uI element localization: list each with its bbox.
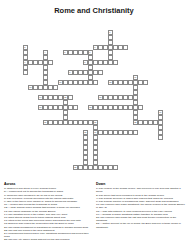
- cell-number: 23: [84, 131, 86, 133]
- cell-number: 3: [94, 46, 95, 48]
- down-clues-section: Down 1) The religion of the Jewish peopl…: [96, 182, 185, 229]
- cell-number: 5: [64, 51, 65, 53]
- grid-cell[interactable]: [143, 80, 148, 85]
- cell-number: 2: [24, 46, 25, 48]
- cell-number: 25: [74, 166, 76, 168]
- across-clues-section: Across 3) Statues of him stood in every …: [4, 182, 92, 242]
- cell-number: 13: [29, 86, 31, 88]
- cell-number: 14: [39, 96, 41, 98]
- grid-cell[interactable]: [23, 70, 28, 75]
- grid-cell[interactable]: [53, 85, 58, 90]
- grid-cell[interactable]: [93, 80, 98, 85]
- cell-number: 6: [89, 51, 90, 53]
- cell-number: 9: [69, 71, 70, 73]
- down-clue: 23) A written account of the life of Jes…: [96, 222, 185, 228]
- down-clue-list: 1) The religion of the Jewish people, wh…: [96, 187, 185, 229]
- grid-cell[interactable]: [73, 105, 78, 110]
- cell-number: 19: [159, 111, 161, 113]
- puzzle-title: Rome and Christianity: [0, 6, 188, 15]
- crossword-grid: 1234567891011121314151617181920212223242…: [8, 30, 168, 170]
- cell-number: 7: [24, 61, 25, 63]
- grid-cell[interactable]: [113, 165, 118, 170]
- cell-number: 16: [99, 96, 101, 98]
- across-clue-list: 3) Statues of him stood in every Roman t…: [4, 187, 92, 241]
- grid-cell[interactable]: [98, 70, 103, 75]
- cell-number: 18: [89, 106, 91, 108]
- across-clue: 25) The holy city where Jesus was put on…: [4, 238, 92, 241]
- cell-number: 20: [44, 121, 46, 123]
- cell-number: 22: [134, 121, 136, 123]
- grid-cell[interactable]: [158, 135, 163, 140]
- cell-number: 1: [109, 31, 110, 33]
- cell-number: 17: [39, 106, 41, 108]
- across-heading: Across: [4, 182, 92, 186]
- grid-cell[interactable]: [48, 60, 53, 65]
- cell-number: 24: [94, 131, 96, 133]
- grid-cell[interactable]: [113, 60, 118, 65]
- down-heading: Down: [96, 182, 185, 186]
- cell-number: 8: [84, 61, 85, 63]
- grid-cell[interactable]: [123, 45, 128, 50]
- cell-number: 10: [134, 76, 136, 78]
- cell-number: 11: [59, 81, 61, 83]
- cell-number: 21: [94, 121, 96, 123]
- cell-number: 12: [109, 81, 111, 83]
- cell-number: 15: [64, 96, 66, 98]
- grid-cell[interactable]: [138, 105, 143, 110]
- cell-number: 4: [44, 51, 45, 53]
- grid-cell[interactable]: [133, 130, 138, 135]
- grid-cell[interactable]: [68, 95, 73, 100]
